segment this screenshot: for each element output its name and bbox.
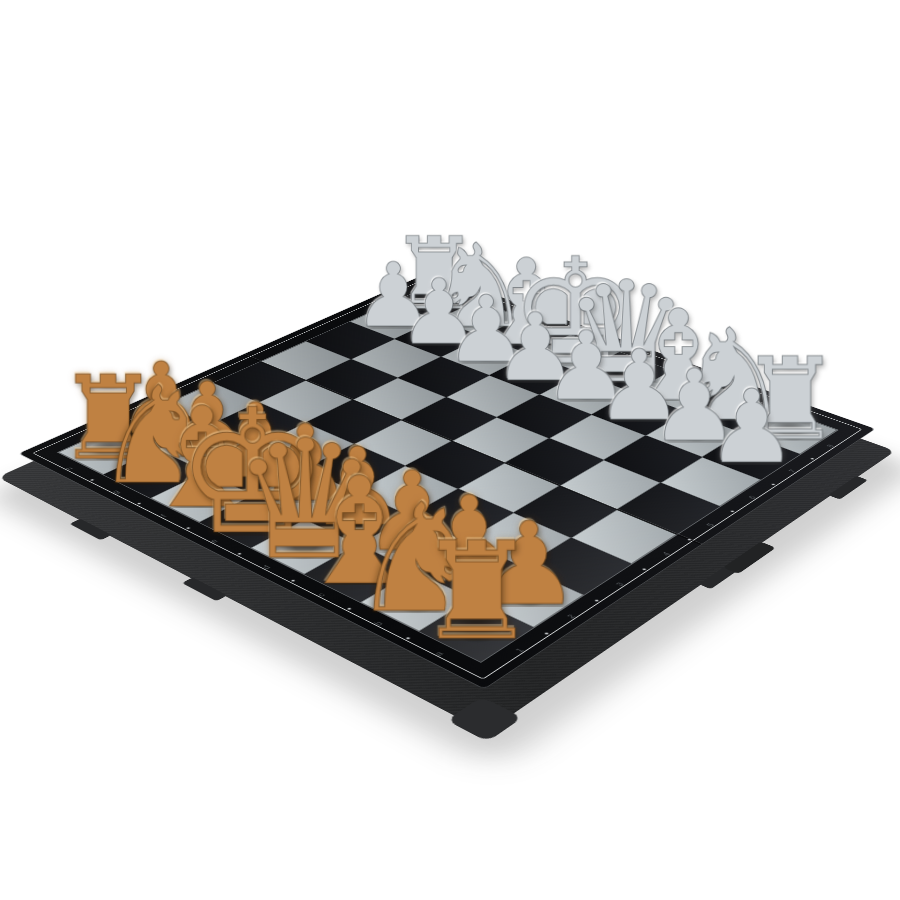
frame-rivet-dot [687, 538, 692, 540]
frame-rivet-dot [771, 483, 775, 485]
rank-coordinate-label: 6 [747, 495, 758, 500]
file-coordinate-label: a [432, 650, 444, 657]
silver-pawn-icon: ♟ [625, 377, 877, 478]
frame-rivet-dot [405, 637, 410, 640]
photo-stage: hgfedcba12345678 ♜♞♟♝♟♚♟♛♟♝♟♞♟♟♜♟♟♜♟♟♞♟♝… [0, 0, 900, 900]
frame-rivet-dot [810, 458, 814, 460]
frame-rivet-dot [730, 510, 734, 512]
rank-coordinate-label: 7 [787, 469, 798, 474]
chess-board-assembly: hgfedcba12345678 ♜♞♟♝♟♚♟♛♟♝♟♞♟♟♜♟♟♜♟♟♞♟♝… [19, 272, 875, 688]
rank-coordinate-label: 5 [705, 522, 716, 527]
rank-coordinate-label: 1 [513, 647, 525, 654]
frame-rivet-dot [544, 632, 549, 635]
